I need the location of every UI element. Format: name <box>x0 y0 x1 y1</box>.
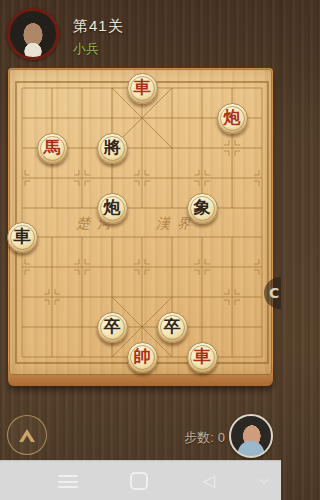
piece-black-pawn[interactable]: 卒 <box>97 312 128 343</box>
piece-red-cannon[interactable]: 炮 <box>217 103 248 134</box>
header: 第41关 小兵 <box>0 0 281 68</box>
piece-red-chariot[interactable]: 車 <box>187 342 218 373</box>
steps-value: 0 <box>218 430 225 445</box>
opponent-avatar[interactable] <box>7 8 59 60</box>
piece-black-cannon[interactable]: 炮 <box>97 193 128 224</box>
piece-black-chariot[interactable]: 車 <box>7 222 38 253</box>
hide-navbar-icon[interactable] <box>261 477 269 485</box>
side-drawer-glyph: C <box>269 285 279 301</box>
piece-red-chariot[interactable]: 車 <box>127 73 158 104</box>
android-navbar: ◁ <box>0 460 281 500</box>
menu-icon[interactable] <box>58 475 78 488</box>
home-icon[interactable] <box>130 472 148 490</box>
xiangqi-board[interactable]: 楚河 漢界 車炮馬將炮象車卒卒帥車 <box>8 68 273 386</box>
piece-red-horse[interactable]: 馬 <box>37 133 68 164</box>
board-surface: 楚河 漢界 車炮馬將炮象車卒卒帥車 <box>9 69 272 375</box>
piece-black-elephant[interactable]: 象 <box>187 193 218 224</box>
steps-counter: 步数:0 <box>184 429 225 447</box>
player-avatar[interactable] <box>229 414 273 458</box>
rank-label: 小兵 <box>73 40 124 58</box>
level-title: 第41关 <box>73 17 124 36</box>
piece-red-general[interactable]: 帥 <box>127 342 158 373</box>
piece-black-pawn[interactable]: 卒 <box>157 312 188 343</box>
back-icon[interactable]: ◁ <box>203 470 215 492</box>
steps-label: 步数: <box>184 430 214 445</box>
footer: 步数:0 <box>0 386 281 460</box>
expand-button[interactable] <box>7 415 47 455</box>
piece-black-general[interactable]: 將 <box>97 133 128 164</box>
chevron-up-icon <box>16 426 38 444</box>
